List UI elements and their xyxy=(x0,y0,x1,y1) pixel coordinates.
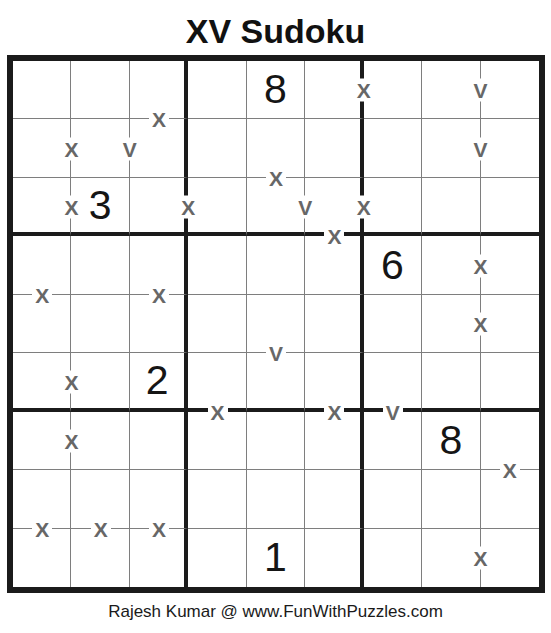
xv-marker-x-r2c5-down: X xyxy=(266,166,286,189)
xv-marker-x-r7c1-right: X xyxy=(61,429,81,452)
cell-r1c2[interactable] xyxy=(71,61,129,119)
cell-r9c4[interactable] xyxy=(188,529,246,587)
cell-r7c5[interactable] xyxy=(247,412,305,470)
xv-marker-x-r6c4-down: X xyxy=(208,400,228,423)
xv-marker-x-r3c3-right: X xyxy=(178,196,198,219)
given-digit-r4c7: 6 xyxy=(381,245,404,286)
xv-marker-x-r9c8-right: X xyxy=(471,546,491,569)
cell-r2c7[interactable] xyxy=(364,119,422,177)
cell-r7c8[interactable]: 8 xyxy=(422,412,480,470)
xv-marker-x-r1c3-down: X xyxy=(149,108,169,131)
cell-r3c9[interactable] xyxy=(481,178,539,236)
given-digit-r7c8: 8 xyxy=(439,420,462,461)
cell-r5c6[interactable] xyxy=(305,295,363,353)
cell-r1c4[interactable] xyxy=(188,61,246,119)
xv-marker-x-r1c6-right: X xyxy=(354,79,374,102)
cell-r2c4[interactable] xyxy=(188,119,246,177)
footer-credit: Rajesh Kumar @ www.FunWithPuzzles.com xyxy=(0,602,551,622)
cell-r8c8[interactable] xyxy=(422,470,480,528)
cell-r4c7[interactable]: 6 xyxy=(364,236,422,294)
xv-marker-x-r8c1-down: X xyxy=(32,517,52,540)
cell-r3c8[interactable] xyxy=(422,178,480,236)
cell-r5c2[interactable] xyxy=(71,295,129,353)
given-digit-r9c5: 1 xyxy=(264,537,287,578)
xv-marker-x-r8c2-down: X xyxy=(91,517,111,540)
xv-marker-v-r2c2-right: V xyxy=(120,137,140,160)
cell-r6c3[interactable]: 2 xyxy=(130,353,188,411)
xv-marker-x-r4c3-down: X xyxy=(149,283,169,306)
page-title: XV Sudoku xyxy=(0,12,551,51)
xv-marker-v-r3c5-right: V xyxy=(295,196,315,219)
cell-r9c6[interactable] xyxy=(305,529,363,587)
cell-r8c7[interactable] xyxy=(364,470,422,528)
cell-r2c6[interactable] xyxy=(305,119,363,177)
cell-r8c6[interactable] xyxy=(305,470,363,528)
cell-r5c4[interactable] xyxy=(188,295,246,353)
cell-r9c7[interactable] xyxy=(364,529,422,587)
xv-marker-v-r1c8-right: V xyxy=(471,79,491,102)
xv-marker-x-r4c1-down: X xyxy=(32,283,52,306)
xv-marker-x-r4c8-right: X xyxy=(471,254,491,277)
cell-r8c4[interactable] xyxy=(188,470,246,528)
cell-r4c5[interactable] xyxy=(247,236,305,294)
sudoku-grid: 836281XXVXVXVXXVXXXXXVXXXXVXXXXXX xyxy=(13,61,539,587)
xv-marker-v-r6c7-down: V xyxy=(383,400,403,423)
xv-marker-x-r5c8-right: X xyxy=(471,313,491,336)
cell-r7c3[interactable] xyxy=(130,412,188,470)
xv-marker-x-r7c9-down: X xyxy=(500,459,520,482)
cell-r4c2[interactable] xyxy=(71,236,129,294)
xv-marker-v-r2c8-right: V xyxy=(471,137,491,160)
xv-marker-v-r5c5-down: V xyxy=(266,342,286,365)
given-digit-r3c2: 3 xyxy=(89,185,112,226)
cell-r4c4[interactable] xyxy=(188,236,246,294)
given-digit-r1c5: 8 xyxy=(264,69,287,110)
cell-r9c5[interactable]: 1 xyxy=(247,529,305,587)
xv-marker-x-r3c1-right: X xyxy=(61,196,81,219)
cell-r6c8[interactable] xyxy=(422,353,480,411)
xv-marker-x-r6c1-right: X xyxy=(61,371,81,394)
xv-marker-x-r8c3-down: X xyxy=(149,517,169,540)
cell-r1c1[interactable] xyxy=(13,61,71,119)
cell-r5c7[interactable] xyxy=(364,295,422,353)
cell-r1c5[interactable]: 8 xyxy=(247,61,305,119)
sudoku-board: 836281XXVXVXVXXVXXXXXVXXXXVXXXXXX xyxy=(7,55,545,593)
xv-marker-x-r3c6-down: X xyxy=(324,225,344,248)
given-digit-r6c3: 2 xyxy=(146,360,169,401)
xv-marker-x-r2c1-right: X xyxy=(61,137,81,160)
xv-marker-x-r3c6-right: X xyxy=(354,196,374,219)
cell-r8c5[interactable] xyxy=(247,470,305,528)
xv-marker-x-r6c6-down: X xyxy=(324,400,344,423)
cell-r6c9[interactable] xyxy=(481,353,539,411)
